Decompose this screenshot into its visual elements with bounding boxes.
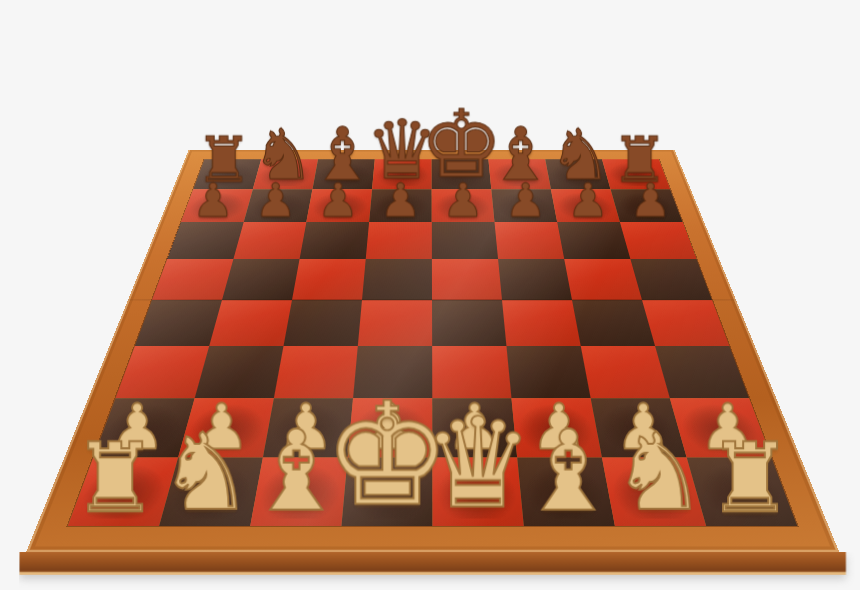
square-h6[interactable] — [620, 222, 697, 259]
piece-black-pawn-c7[interactable]: ♟ — [317, 177, 359, 223]
piece-black-pawn-g7[interactable]: ♟ — [567, 177, 609, 223]
piece-white-bishop-f1[interactable]: ♝ — [519, 415, 619, 526]
square-a6[interactable] — [167, 222, 243, 259]
piece-black-pawn-f7[interactable]: ♟ — [505, 177, 547, 223]
square-f6[interactable] — [495, 222, 565, 259]
piece-white-knight-b1[interactable]: ♞ — [158, 420, 253, 526]
piece-white-rook-h1[interactable]: ♜ — [707, 430, 793, 526]
piece-white-knight-g1[interactable]: ♞ — [612, 420, 707, 526]
square-a7[interactable]: ♟ — [181, 189, 253, 222]
square-g1[interactable]: ♞ — [602, 458, 706, 526]
square-e7[interactable]: ♟ — [432, 189, 495, 222]
square-h7[interactable]: ♟ — [611, 189, 683, 222]
square-h5[interactable] — [630, 259, 712, 300]
square-g5[interactable] — [564, 259, 642, 300]
chess-board: ♜♞♝♛♚♝♞♜♟♟♟♟♟♟♟♟♟♟♟♟♟♟♟♟♜♞♝♚♛♝♞♜ — [26, 150, 839, 552]
square-a4[interactable] — [135, 300, 222, 346]
piece-black-pawn-b7[interactable]: ♟ — [255, 177, 297, 223]
square-d5[interactable] — [362, 259, 432, 300]
piece-black-pawn-e7[interactable]: ♟ — [442, 177, 484, 223]
square-g6[interactable] — [557, 222, 630, 259]
square-b7[interactable]: ♟ — [244, 189, 313, 222]
square-c6[interactable] — [300, 222, 370, 259]
square-f4[interactable] — [502, 300, 581, 346]
square-b4[interactable] — [209, 300, 292, 346]
square-f1[interactable]: ♝ — [517, 458, 615, 526]
piece-white-queen-e1[interactable]: ♛ — [422, 402, 533, 526]
piece-black-pawn-d7[interactable]: ♟ — [380, 177, 422, 223]
piece-white-rook-a1[interactable]: ♜ — [72, 430, 158, 526]
square-c4[interactable] — [283, 300, 362, 346]
square-g7[interactable]: ♟ — [551, 189, 620, 222]
square-f5[interactable] — [498, 259, 572, 300]
perspective-scene: ♜♞♝♛♚♝♞♜♟♟♟♟♟♟♟♟♟♟♟♟♟♟♟♟♜♞♝♚♛♝♞♜ — [0, 0, 860, 590]
piece-black-pawn-a7[interactable]: ♟ — [192, 177, 234, 223]
square-d6[interactable] — [366, 222, 432, 259]
square-d1[interactable]: ♚ — [341, 458, 432, 526]
board-front-edge — [19, 552, 845, 575]
board-frame: ♜♞♝♛♚♝♞♜♟♟♟♟♟♟♟♟♟♟♟♟♟♟♟♟♜♞♝♚♛♝♞♜ — [26, 150, 839, 552]
square-d7[interactable]: ♟ — [369, 189, 432, 222]
square-g4[interactable] — [572, 300, 655, 346]
square-e6[interactable] — [432, 222, 498, 259]
square-a5[interactable] — [152, 259, 233, 300]
square-f7[interactable]: ♟ — [491, 189, 557, 222]
square-c7[interactable]: ♟ — [306, 189, 372, 222]
board-grid: ♜♞♝♛♚♝♞♜♟♟♟♟♟♟♟♟♟♟♟♟♟♟♟♟♜♞♝♚♛♝♞♜ — [68, 159, 797, 526]
square-e5[interactable] — [432, 259, 502, 300]
square-c5[interactable] — [292, 259, 366, 300]
square-b6[interactable] — [233, 222, 306, 259]
square-e4[interactable] — [432, 300, 506, 346]
square-h4[interactable] — [642, 300, 729, 346]
square-b5[interactable] — [222, 259, 300, 300]
piece-black-pawn-h7[interactable]: ♟ — [630, 177, 672, 223]
square-d4[interactable] — [358, 300, 432, 346]
photo-background: ♜♞♝♛♚♝♞♜♟♟♟♟♟♟♟♟♟♟♟♟♟♟♟♟♜♞♝♚♛♝♞♜ — [0, 0, 860, 590]
square-e1[interactable]: ♛ — [432, 458, 523, 526]
